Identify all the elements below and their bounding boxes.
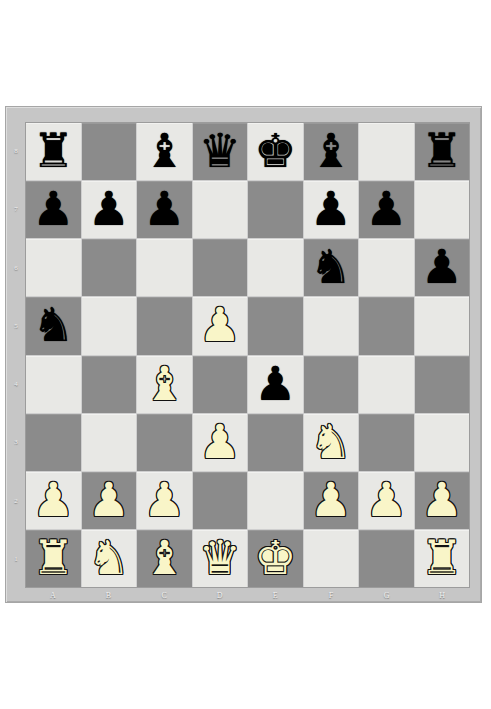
square-f2[interactable]: ♟ — [304, 472, 359, 529]
square-b8[interactable] — [82, 123, 137, 180]
square-e1[interactable]: ♚ — [248, 530, 303, 587]
piece-black-queen: ♛ — [199, 127, 241, 174]
square-e4[interactable]: ♟ — [248, 356, 303, 413]
chess-board: 87654321 ♜♝♛♚♝♜♟♟♟♟♟♞♟♞♟♝♟♟♞♟♟♟♟♟♟♜♞♝♛♚♜… — [5, 106, 482, 603]
piece-white-king: ♚ — [254, 534, 296, 581]
square-e7[interactable] — [248, 181, 303, 238]
piece-white-bishop: ♝ — [143, 534, 185, 581]
rank-label-8: 8 — [9, 122, 23, 180]
piece-white-pawn: ♟ — [88, 476, 130, 523]
piece-white-pawn: ♟ — [310, 476, 352, 523]
file-label-c: C — [136, 589, 192, 602]
square-e2[interactable] — [248, 472, 303, 529]
piece-black-knight: ♞ — [32, 301, 74, 348]
square-f4[interactable] — [304, 356, 359, 413]
piece-black-pawn: ♟ — [88, 185, 130, 232]
square-g3[interactable] — [359, 414, 414, 471]
square-b2[interactable]: ♟ — [82, 472, 137, 529]
square-a7[interactable]: ♟ — [26, 181, 81, 238]
square-e5[interactable] — [248, 297, 303, 354]
square-g5[interactable] — [359, 297, 414, 354]
piece-white-pawn: ♟ — [32, 476, 74, 523]
piece-black-bishop: ♝ — [143, 127, 185, 174]
square-h6[interactable]: ♟ — [415, 239, 470, 296]
square-e3[interactable] — [248, 414, 303, 471]
piece-white-knight: ♞ — [88, 534, 130, 581]
square-b1[interactable]: ♞ — [82, 530, 137, 587]
piece-black-rook: ♜ — [32, 127, 74, 174]
square-e8[interactable]: ♚ — [248, 123, 303, 180]
piece-white-knight: ♞ — [310, 418, 352, 465]
piece-black-rook: ♜ — [421, 127, 463, 174]
square-d5[interactable]: ♟ — [193, 297, 248, 354]
piece-white-pawn: ♟ — [199, 301, 241, 348]
square-c5[interactable] — [137, 297, 192, 354]
square-b3[interactable] — [82, 414, 137, 471]
piece-white-bishop: ♝ — [143, 360, 185, 407]
rank-label-1: 1 — [9, 530, 23, 588]
square-f8[interactable]: ♝ — [304, 123, 359, 180]
square-c3[interactable] — [137, 414, 192, 471]
square-b5[interactable] — [82, 297, 137, 354]
square-a8[interactable]: ♜ — [26, 123, 81, 180]
file-label-h: H — [414, 589, 470, 602]
rank-label-3: 3 — [9, 413, 23, 471]
piece-white-pawn: ♟ — [365, 476, 407, 523]
piece-white-pawn: ♟ — [421, 476, 463, 523]
square-h3[interactable] — [415, 414, 470, 471]
square-b4[interactable] — [82, 356, 137, 413]
square-f1[interactable] — [304, 530, 359, 587]
square-d8[interactable]: ♛ — [193, 123, 248, 180]
square-a2[interactable]: ♟ — [26, 472, 81, 529]
piece-black-bishop: ♝ — [310, 127, 352, 174]
square-c6[interactable] — [137, 239, 192, 296]
square-g4[interactable] — [359, 356, 414, 413]
page: 87654321 ♜♝♛♚♝♜♟♟♟♟♟♞♟♞♟♝♟♟♞♟♟♟♟♟♟♜♞♝♛♚♜… — [0, 0, 491, 709]
piece-black-pawn: ♟ — [32, 185, 74, 232]
square-e6[interactable] — [248, 239, 303, 296]
square-f3[interactable]: ♞ — [304, 414, 359, 471]
piece-black-pawn: ♟ — [421, 243, 463, 290]
piece-white-rook: ♜ — [421, 534, 463, 581]
square-c4[interactable]: ♝ — [137, 356, 192, 413]
square-f5[interactable] — [304, 297, 359, 354]
square-a3[interactable] — [26, 414, 81, 471]
square-h5[interactable] — [415, 297, 470, 354]
square-b6[interactable] — [82, 239, 137, 296]
square-g6[interactable] — [359, 239, 414, 296]
square-a1[interactable]: ♜ — [26, 530, 81, 587]
square-g2[interactable]: ♟ — [359, 472, 414, 529]
square-c1[interactable]: ♝ — [137, 530, 192, 587]
rank-label-4: 4 — [9, 355, 23, 413]
square-c7[interactable]: ♟ — [137, 181, 192, 238]
rank-label-7: 7 — [9, 180, 23, 238]
square-b7[interactable]: ♟ — [82, 181, 137, 238]
square-h7[interactable] — [415, 181, 470, 238]
square-d6[interactable] — [193, 239, 248, 296]
square-g7[interactable]: ♟ — [359, 181, 414, 238]
rank-label-5: 5 — [9, 297, 23, 355]
square-a4[interactable] — [26, 356, 81, 413]
file-label-b: B — [81, 589, 137, 602]
square-d2[interactable] — [193, 472, 248, 529]
square-h4[interactable] — [415, 356, 470, 413]
file-label-a: A — [25, 589, 81, 602]
square-f7[interactable]: ♟ — [304, 181, 359, 238]
square-f6[interactable]: ♞ — [304, 239, 359, 296]
board-grid: ♜♝♛♚♝♜♟♟♟♟♟♞♟♞♟♝♟♟♞♟♟♟♟♟♟♜♞♝♛♚♜ — [25, 122, 470, 588]
piece-white-pawn: ♟ — [199, 418, 241, 465]
rank-labels: 87654321 — [9, 122, 23, 588]
square-a5[interactable]: ♞ — [26, 297, 81, 354]
piece-black-pawn: ♟ — [310, 185, 352, 232]
file-label-d: D — [192, 589, 248, 602]
piece-white-pawn: ♟ — [143, 476, 185, 523]
file-label-g: G — [359, 589, 415, 602]
file-label-e: E — [248, 589, 304, 602]
square-a6[interactable] — [26, 239, 81, 296]
piece-white-queen: ♛ — [199, 534, 241, 581]
square-g8[interactable] — [359, 123, 414, 180]
square-g1[interactable] — [359, 530, 414, 587]
file-labels: ABCDEFGH — [25, 589, 470, 602]
square-d7[interactable] — [193, 181, 248, 238]
square-d1[interactable]: ♛ — [193, 530, 248, 587]
square-h8[interactable]: ♜ — [415, 123, 470, 180]
square-d3[interactable]: ♟ — [193, 414, 248, 471]
square-h1[interactable]: ♜ — [415, 530, 470, 587]
rank-label-6: 6 — [9, 239, 23, 297]
piece-black-knight: ♞ — [310, 243, 352, 290]
piece-black-pawn: ♟ — [254, 360, 296, 407]
file-label-f: F — [303, 589, 359, 602]
piece-black-pawn: ♟ — [143, 185, 185, 232]
piece-black-king: ♚ — [254, 127, 296, 174]
rank-label-2: 2 — [9, 472, 23, 530]
piece-white-rook: ♜ — [32, 534, 74, 581]
piece-black-pawn: ♟ — [365, 185, 407, 232]
square-d4[interactable] — [193, 356, 248, 413]
square-c8[interactable]: ♝ — [137, 123, 192, 180]
square-c2[interactable]: ♟ — [137, 472, 192, 529]
square-h2[interactable]: ♟ — [415, 472, 470, 529]
